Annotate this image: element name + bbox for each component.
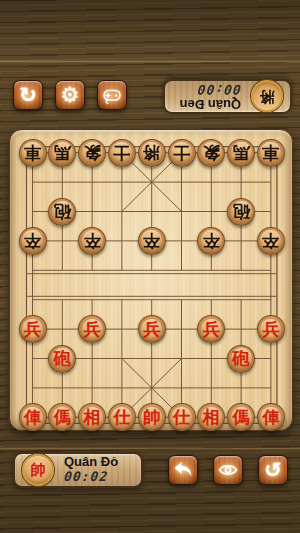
piece-red-cannon[interactable]: 砲 bbox=[227, 345, 255, 373]
piece-black-horse[interactable]: 馬 bbox=[48, 139, 76, 167]
piece-black-soldier[interactable]: 卒 bbox=[78, 227, 106, 255]
piece-red-horse[interactable]: 傌 bbox=[227, 403, 255, 431]
piece-red-advisor[interactable]: 仕 bbox=[168, 403, 196, 431]
player-panel-red: 帥 Quân Đỏ 00:02 bbox=[13, 452, 143, 488]
settings-button[interactable]: ⚙ bbox=[55, 80, 85, 110]
piece-black-soldier[interactable]: 卒 bbox=[19, 227, 47, 255]
piece-red-soldier[interactable]: 兵 bbox=[78, 315, 106, 343]
black-player-clock: 00:00 bbox=[179, 82, 242, 97]
piece-black-chariot[interactable]: 車 bbox=[257, 139, 285, 167]
piece-black-soldier[interactable]: 卒 bbox=[138, 227, 166, 255]
piece-red-soldier[interactable]: 兵 bbox=[257, 315, 285, 343]
player-panel-black: 將 Quân Đen 00:00 bbox=[163, 79, 292, 114]
red-general-avatar: 帥 bbox=[22, 454, 54, 486]
gamepad-icon bbox=[101, 84, 123, 106]
xiangqi-app-screen: ↻ ⚙ 將 Quân Đen 00:00 車馬象士將士象馬車砲砲卒卒卒卒卒兵兵兵… bbox=[0, 0, 300, 533]
piece-black-elephant[interactable]: 象 bbox=[197, 139, 225, 167]
piece-red-general[interactable]: 帥 bbox=[138, 403, 166, 431]
piece-black-advisor[interactable]: 士 bbox=[108, 139, 136, 167]
piece-black-elephant[interactable]: 象 bbox=[78, 139, 106, 167]
piece-red-elephant[interactable]: 相 bbox=[197, 403, 225, 431]
piece-red-horse[interactable]: 傌 bbox=[48, 403, 76, 431]
xiangqi-board[interactable]: 車馬象士將士象馬車砲砲卒卒卒卒卒兵兵兵兵兵砲砲俥傌相仕帥仕相傌俥 bbox=[9, 129, 293, 431]
reset-button[interactable]: ↺ bbox=[258, 455, 288, 485]
red-avatar-glyph: 帥 bbox=[31, 463, 46, 478]
red-player-name: Quân Đỏ bbox=[64, 455, 118, 470]
piece-red-advisor[interactable]: 仕 bbox=[108, 403, 136, 431]
black-player-name: Quân Đen bbox=[180, 97, 241, 112]
undo-button[interactable] bbox=[168, 455, 198, 485]
black-general-avatar: 將 bbox=[251, 81, 283, 113]
piece-red-soldier[interactable]: 兵 bbox=[138, 315, 166, 343]
gear-icon: ⚙ bbox=[61, 85, 80, 106]
piece-red-chariot[interactable]: 俥 bbox=[19, 403, 47, 431]
piece-black-cannon[interactable]: 砲 bbox=[227, 198, 255, 226]
piece-black-advisor[interactable]: 士 bbox=[168, 139, 196, 167]
hint-button[interactable] bbox=[213, 455, 243, 485]
red-player-clock: 00:02 bbox=[63, 470, 119, 485]
piece-red-chariot[interactable]: 俥 bbox=[257, 403, 285, 431]
board-pieces: 車馬象士將士象馬車砲砲卒卒卒卒卒兵兵兵兵兵砲砲俥傌相仕帥仕相傌俥 bbox=[10, 130, 292, 430]
piece-black-general[interactable]: 將 bbox=[138, 139, 166, 167]
black-avatar-glyph: 將 bbox=[260, 89, 275, 104]
piece-black-soldier[interactable]: 卒 bbox=[257, 227, 285, 255]
piece-black-cannon[interactable]: 砲 bbox=[48, 198, 76, 226]
restart-button[interactable]: ↻ bbox=[13, 80, 43, 110]
reset-icon: ↺ bbox=[264, 460, 282, 481]
piece-black-chariot[interactable]: 車 bbox=[19, 139, 47, 167]
eye-icon bbox=[217, 459, 239, 481]
piece-red-elephant[interactable]: 相 bbox=[78, 403, 106, 431]
piece-red-soldier[interactable]: 兵 bbox=[197, 315, 225, 343]
piece-red-cannon[interactable]: 砲 bbox=[48, 345, 76, 373]
piece-black-soldier[interactable]: 卒 bbox=[197, 227, 225, 255]
game-mode-button[interactable] bbox=[97, 80, 127, 110]
restart-icon: ↻ bbox=[19, 85, 37, 106]
piece-black-horse[interactable]: 馬 bbox=[227, 139, 255, 167]
piece-red-soldier[interactable]: 兵 bbox=[19, 315, 47, 343]
undo-arrow-icon bbox=[171, 458, 195, 482]
